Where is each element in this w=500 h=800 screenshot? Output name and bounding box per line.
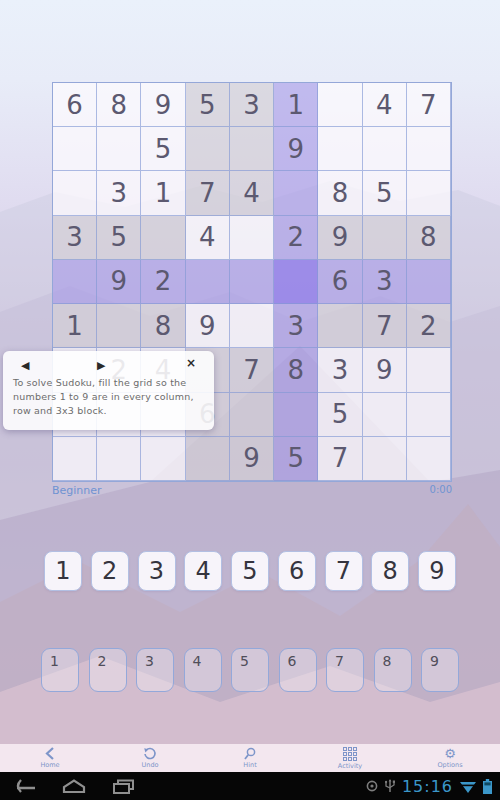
cell-r1c6[interactable]: 1: [274, 83, 318, 127]
cell-r4c6[interactable]: 2: [274, 216, 318, 260]
number-button-7[interactable]: 7: [325, 551, 363, 591]
cell-r4c4[interactable]: 4: [186, 216, 230, 260]
toolbar-hint-label: Hint: [243, 761, 256, 769]
difficulty-label: Beginner: [52, 484, 102, 497]
battery-icon: [483, 779, 492, 794]
cell-r9c9[interactable]: [407, 437, 451, 481]
cell-r2c6[interactable]: 9: [274, 127, 318, 171]
cell-r4c9[interactable]: 8: [407, 216, 451, 260]
cell-r3c5[interactable]: 4: [230, 171, 274, 215]
gear-icon: ⚙: [444, 747, 456, 760]
cell-r3c2[interactable]: 3: [97, 171, 141, 215]
cell-r8c9[interactable]: [407, 393, 451, 437]
toolbar-undo-button[interactable]: Undo: [100, 744, 200, 772]
number-pad: 123456789: [44, 551, 456, 591]
cell-r1c9[interactable]: 7: [407, 83, 451, 127]
cell-r6c1[interactable]: 1: [53, 304, 97, 348]
toolbar-activity-label: Activity: [338, 762, 362, 770]
cell-r2c3[interactable]: 5: [141, 127, 185, 171]
cell-r5c5[interactable]: [230, 260, 274, 304]
cell-r3c9[interactable]: [407, 171, 451, 215]
cell-r6c4[interactable]: 9: [186, 304, 230, 348]
toolbar-home-label: Home: [40, 761, 59, 769]
pencil-mark-pad: 123456789: [41, 648, 459, 692]
pencil-button-1[interactable]: 1: [41, 648, 79, 692]
system-nav-buttons: [14, 779, 136, 794]
tooltip-nav-row: ◀ ▶ ×: [13, 360, 204, 376]
pencil-button-7[interactable]: 7: [326, 648, 364, 692]
tooltip-close-icon[interactable]: ×: [186, 358, 196, 369]
cell-r6c5[interactable]: [230, 304, 274, 348]
cell-r9c2[interactable]: [97, 437, 141, 481]
system-status-icons: 15:16: [366, 777, 492, 796]
cell-r7c7[interactable]: 3: [318, 348, 362, 392]
cell-r1c4[interactable]: 5: [186, 83, 230, 127]
cell-r6c2[interactable]: [97, 304, 141, 348]
cell-r2c5[interactable]: [230, 127, 274, 171]
cell-r9c6[interactable]: 5: [274, 437, 318, 481]
number-button-3[interactable]: 3: [138, 551, 176, 591]
pencil-button-2[interactable]: 2: [89, 648, 127, 692]
cell-r1c8[interactable]: 4: [363, 83, 407, 127]
cell-r8c7[interactable]: 5: [318, 393, 362, 437]
cell-r9c1[interactable]: [53, 437, 97, 481]
cell-r5c7[interactable]: 6: [318, 260, 362, 304]
status-line: Beginner 0:00: [52, 484, 452, 497]
cell-r4c3[interactable]: [141, 216, 185, 260]
cell-r8c8[interactable]: [363, 393, 407, 437]
cell-r9c8[interactable]: [363, 437, 407, 481]
cell-r5c3[interactable]: 2: [141, 260, 185, 304]
app-toolbar: Home Undo Hint Activity ⚙ Options: [0, 744, 500, 772]
android-system-bar: 15:16: [0, 772, 500, 800]
cell-r5c2[interactable]: 9: [97, 260, 141, 304]
magnifier-icon: [243, 747, 257, 760]
sudoku-app-screen: { "game": "sudoku", "position": "6895310…: [0, 0, 500, 800]
cell-r4c2[interactable]: 5: [97, 216, 141, 260]
cell-r3c1[interactable]: [53, 171, 97, 215]
cell-r3c3[interactable]: 1: [141, 171, 185, 215]
pencil-button-6[interactable]: 6: [279, 648, 317, 692]
recent-apps-icon[interactable]: [112, 779, 136, 794]
cell-r9c7[interactable]: 7: [318, 437, 362, 481]
cell-r1c1[interactable]: 6: [53, 83, 97, 127]
cell-r1c5[interactable]: 3: [230, 83, 274, 127]
cell-r7c9[interactable]: [407, 348, 451, 392]
cell-r5c8[interactable]: 3: [363, 260, 407, 304]
cell-r3c6[interactable]: [274, 171, 318, 215]
cell-r3c4[interactable]: 7: [186, 171, 230, 215]
toolbar-hint-button[interactable]: Hint: [200, 744, 300, 772]
cell-r2c2[interactable]: [97, 127, 141, 171]
pencil-button-9[interactable]: 9: [421, 648, 459, 692]
grid-icon: [343, 747, 357, 761]
cell-r2c7[interactable]: [318, 127, 362, 171]
cell-r1c3[interactable]: 9: [141, 83, 185, 127]
sync-status-icon: [366, 780, 378, 792]
cell-r2c9[interactable]: [407, 127, 451, 171]
cell-r9c5[interactable]: 9: [230, 437, 274, 481]
usb-icon: [385, 779, 395, 793]
tooltip-prev-icon[interactable]: ◀: [21, 360, 29, 371]
cell-r2c1[interactable]: [53, 127, 97, 171]
number-button-9[interactable]: 9: [418, 551, 456, 591]
undo-icon: [143, 747, 157, 760]
back-chevron-icon: [44, 747, 56, 760]
pencil-button-8[interactable]: 8: [374, 648, 412, 692]
home-icon[interactable]: [62, 779, 86, 794]
back-icon[interactable]: [14, 779, 36, 794]
cell-r6c9[interactable]: 2: [407, 304, 451, 348]
cell-r8c6[interactable]: [274, 393, 318, 437]
cell-r4c7[interactable]: 9: [318, 216, 362, 260]
cell-r6c6[interactable]: 3: [274, 304, 318, 348]
cell-r5c4[interactable]: [186, 260, 230, 304]
number-button-5[interactable]: 5: [231, 551, 269, 591]
cell-r3c8[interactable]: 5: [363, 171, 407, 215]
toolbar-options-label: Options: [437, 761, 462, 769]
pencil-button-3[interactable]: 3: [136, 648, 174, 692]
tooltip-next-icon[interactable]: ▶: [97, 360, 105, 371]
cell-r8c5[interactable]: [230, 393, 274, 437]
system-clock[interactable]: 15:16: [402, 777, 453, 796]
cell-r5c6[interactable]: [274, 260, 318, 304]
pencil-button-5[interactable]: 5: [231, 648, 269, 692]
cell-r4c8[interactable]: [363, 216, 407, 260]
cell-r5c9[interactable]: [407, 260, 451, 304]
cell-r7c8[interactable]: 9: [363, 348, 407, 392]
help-tooltip: ◀ ▶ × To solve Sudoku, fill the grid so …: [3, 351, 214, 430]
toolbar-undo-label: Undo: [142, 761, 159, 769]
cell-r1c7[interactable]: [318, 83, 362, 127]
cell-r6c3[interactable]: 8: [141, 304, 185, 348]
number-button-4[interactable]: 4: [184, 551, 222, 591]
cell-r1c2[interactable]: 8: [97, 83, 141, 127]
wifi-icon: [460, 780, 476, 793]
cell-r3c7[interactable]: 8: [318, 171, 362, 215]
game-timer: 0:00: [430, 484, 452, 497]
toolbar-activity-button[interactable]: Activity: [300, 744, 400, 772]
cell-r9c4[interactable]: [186, 437, 230, 481]
cell-r9c3[interactable]: [141, 437, 185, 481]
cell-r5c1[interactable]: [53, 260, 97, 304]
number-button-6[interactable]: 6: [278, 551, 316, 591]
toolbar-home-button[interactable]: Home: [0, 744, 100, 772]
number-button-1[interactable]: 1: [44, 551, 82, 591]
cell-r2c8[interactable]: [363, 127, 407, 171]
number-button-2[interactable]: 2: [91, 551, 129, 591]
cell-r7c5[interactable]: 7: [230, 348, 274, 392]
tooltip-text: To solve Sudoku, fill the grid so the nu…: [13, 376, 204, 418]
cell-r6c8[interactable]: 7: [363, 304, 407, 348]
cell-r7c6[interactable]: 8: [274, 348, 318, 392]
cell-r6c7[interactable]: [318, 304, 362, 348]
pencil-button-4[interactable]: 4: [184, 648, 222, 692]
cell-r2c4[interactable]: [186, 127, 230, 171]
cell-r4c1[interactable]: 3: [53, 216, 97, 260]
number-button-8[interactable]: 8: [371, 551, 409, 591]
toolbar-options-button[interactable]: ⚙ Options: [400, 744, 500, 772]
cell-r4c5[interactable]: [230, 216, 274, 260]
